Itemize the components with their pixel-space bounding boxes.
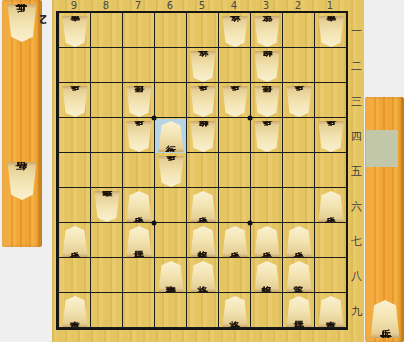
- board-square-44[interactable]: [219, 119, 250, 153]
- board-square-95[interactable]: [59, 154, 90, 188]
- board-square-48[interactable]: [219, 259, 250, 293]
- board-square-94[interactable]: [59, 119, 90, 153]
- board-square-35[interactable]: [251, 154, 282, 188]
- rank-label-3: 三: [349, 94, 364, 109]
- sente-captured-pieces-stand: 歩兵: [365, 97, 404, 342]
- board-square-51[interactable]: [187, 14, 218, 48]
- gote-hand-bishop[interactable]: 角行: [6, 162, 38, 200]
- board-square-75[interactable]: [123, 154, 154, 188]
- board-square-25[interactable]: [283, 154, 314, 188]
- board-square-46[interactable]: [219, 189, 250, 223]
- sente-hand-pawn[interactable]: 歩兵: [369, 300, 401, 338]
- shogi-app-canvas: 歩兵2角行 987654321 香車金将王将香車金将銀将歩兵桂馬歩兵歩兵桂馬歩兵…: [0, 0, 404, 342]
- gote-captured-pieces-stand: 歩兵2角行: [2, 0, 42, 247]
- board-square-13[interactable]: [315, 84, 346, 118]
- hoshi-dot: [152, 116, 157, 121]
- rank-label-5: 五: [349, 164, 364, 179]
- board-square-55[interactable]: [187, 154, 218, 188]
- board-square-24[interactable]: [283, 119, 314, 153]
- board-square-83[interactable]: [91, 84, 122, 118]
- board-square-96[interactable]: [59, 189, 90, 223]
- board-square-66[interactable]: [155, 189, 186, 223]
- board-square-12[interactable]: [315, 49, 346, 83]
- rank-label-9: 九: [349, 304, 364, 319]
- board-square-98[interactable]: [59, 259, 90, 293]
- hoshi-dot: [248, 116, 253, 121]
- rank-label-7: 七: [349, 234, 364, 249]
- board-square-61[interactable]: [155, 14, 186, 48]
- board-square-39[interactable]: [251, 294, 282, 328]
- rank-label-8: 八: [349, 269, 364, 284]
- board-square-42[interactable]: [219, 49, 250, 83]
- board-square-15[interactable]: [315, 154, 346, 188]
- rank-label-2: 二: [349, 59, 364, 74]
- board-square-78[interactable]: [123, 259, 154, 293]
- gote-hand-pawn-count: 2: [39, 12, 47, 26]
- board-square-85[interactable]: [91, 154, 122, 188]
- board-square-89[interactable]: [91, 294, 122, 328]
- rank-label-4: 四: [349, 129, 364, 144]
- hand-piece-origin-slot: [366, 130, 398, 167]
- board-square-36[interactable]: [251, 189, 282, 223]
- board-square-45[interactable]: [219, 154, 250, 188]
- board-square-92[interactable]: [59, 49, 90, 83]
- board-square-17[interactable]: [315, 224, 346, 258]
- gote-hand-pawn[interactable]: 歩兵: [6, 4, 38, 42]
- hoshi-dot: [248, 221, 253, 226]
- board-square-67[interactable]: [155, 224, 186, 258]
- board-square-22[interactable]: [283, 49, 314, 83]
- board-square-82[interactable]: [91, 49, 122, 83]
- rank-label-1: 一: [349, 24, 364, 39]
- shogi-board: 香車金将王将香車金将銀将歩兵桂馬歩兵歩兵桂馬歩兵歩兵角行銀将歩兵歩兵歩兵飛車歩兵…: [56, 11, 348, 330]
- board-square-18[interactable]: [315, 259, 346, 293]
- board-square-79[interactable]: [123, 294, 154, 328]
- board-square-21[interactable]: [283, 14, 314, 48]
- board-square-63[interactable]: [155, 84, 186, 118]
- board-square-59[interactable]: [187, 294, 218, 328]
- board-square-72[interactable]: [123, 49, 154, 83]
- board-square-87[interactable]: [91, 224, 122, 258]
- board-square-62[interactable]: [155, 49, 186, 83]
- board-square-81[interactable]: [91, 14, 122, 48]
- board-square-71[interactable]: [123, 14, 154, 48]
- board-square-84[interactable]: [91, 119, 122, 153]
- board-panel: 987654321 香車金将王将香車金将銀将歩兵桂馬歩兵歩兵桂馬歩兵歩兵角行銀将…: [52, 0, 364, 342]
- board-square-88[interactable]: [91, 259, 122, 293]
- hoshi-dot: [152, 221, 157, 226]
- rank-label-6: 六: [349, 199, 364, 214]
- board-square-69[interactable]: [155, 294, 186, 328]
- board-square-26[interactable]: [283, 189, 314, 223]
